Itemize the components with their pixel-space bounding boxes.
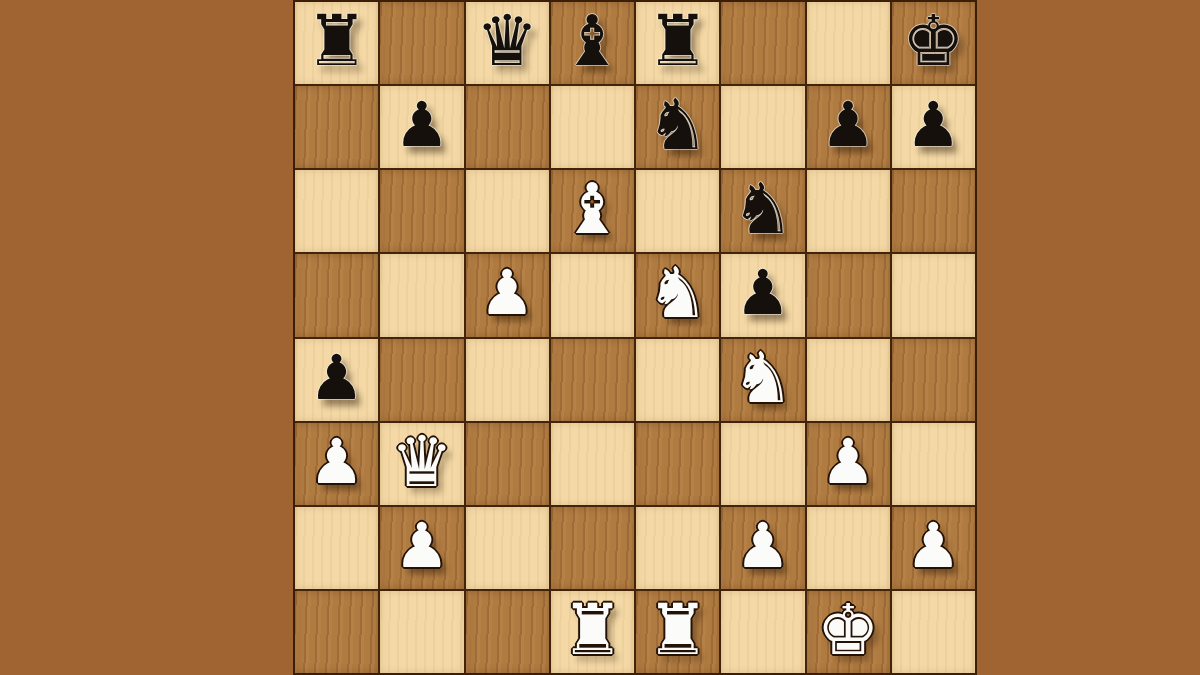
black-pawn-b7: ♟	[394, 94, 450, 156]
square-e6[interactable]	[636, 170, 719, 252]
square-d5[interactable]	[551, 254, 634, 336]
square-c1[interactable]	[466, 591, 549, 673]
page: { "game": "chess", "position": { "fen": …	[0, 0, 1200, 675]
square-a4[interactable]: ♟	[295, 339, 378, 421]
square-a6[interactable]	[295, 170, 378, 252]
square-g4[interactable]	[807, 339, 890, 421]
square-h4[interactable]	[892, 339, 975, 421]
square-h5[interactable]	[892, 254, 975, 336]
square-f6[interactable]: ♞	[721, 170, 804, 252]
black-bishop-d8: ♝	[561, 6, 624, 76]
square-h1[interactable]	[892, 591, 975, 673]
square-a7[interactable]	[295, 86, 378, 168]
white-pawn-c5: ♟	[479, 262, 535, 324]
square-h8[interactable]: ♚	[892, 2, 975, 84]
square-d8[interactable]: ♝	[551, 2, 634, 84]
white-rook-d1: ♜	[561, 595, 624, 665]
white-king-g1: ♚	[817, 595, 880, 665]
square-g7[interactable]: ♟	[807, 86, 890, 168]
square-e2[interactable]	[636, 507, 719, 589]
black-pawn-f5: ♟	[735, 262, 791, 324]
square-c5[interactable]: ♟	[466, 254, 549, 336]
white-knight-e5: ♞	[646, 258, 709, 328]
square-f5[interactable]: ♟	[721, 254, 804, 336]
square-f1[interactable]	[721, 591, 804, 673]
square-e8[interactable]: ♜	[636, 2, 719, 84]
square-b8[interactable]	[380, 2, 463, 84]
square-b5[interactable]	[380, 254, 463, 336]
square-d6[interactable]: ♝	[551, 170, 634, 252]
white-pawn-f2: ♟	[735, 515, 791, 577]
square-d7[interactable]	[551, 86, 634, 168]
square-b6[interactable]	[380, 170, 463, 252]
square-h7[interactable]: ♟	[892, 86, 975, 168]
square-g3[interactable]: ♟	[807, 423, 890, 505]
white-knight-f4: ♞	[731, 343, 794, 413]
square-e5[interactable]: ♞	[636, 254, 719, 336]
black-pawn-a4: ♟	[309, 347, 365, 409]
square-b1[interactable]	[380, 591, 463, 673]
square-h3[interactable]	[892, 423, 975, 505]
square-a5[interactable]	[295, 254, 378, 336]
black-queen-c8: ♛	[476, 6, 539, 76]
square-c4[interactable]	[466, 339, 549, 421]
square-a8[interactable]: ♜	[295, 2, 378, 84]
white-queen-b3: ♛	[390, 427, 453, 497]
white-pawn-h2: ♟	[906, 515, 962, 577]
white-pawn-g3: ♟	[820, 431, 876, 493]
square-f8[interactable]	[721, 2, 804, 84]
square-e3[interactable]	[636, 423, 719, 505]
square-b2[interactable]: ♟	[380, 507, 463, 589]
square-g8[interactable]	[807, 2, 890, 84]
square-e1[interactable]: ♜	[636, 591, 719, 673]
black-knight-e7: ♞	[646, 90, 709, 160]
square-c3[interactable]	[466, 423, 549, 505]
square-f3[interactable]	[721, 423, 804, 505]
square-c7[interactable]	[466, 86, 549, 168]
square-g1[interactable]: ♚	[807, 591, 890, 673]
white-bishop-d6: ♝	[561, 174, 624, 244]
square-g2[interactable]	[807, 507, 890, 589]
square-a3[interactable]: ♟	[295, 423, 378, 505]
square-h6[interactable]	[892, 170, 975, 252]
square-d2[interactable]	[551, 507, 634, 589]
white-pawn-b2: ♟	[394, 515, 450, 577]
square-c6[interactable]	[466, 170, 549, 252]
square-f2[interactable]: ♟	[721, 507, 804, 589]
square-h2[interactable]: ♟	[892, 507, 975, 589]
screenshot-stage: ♜♛♝♜♚♟♞♟♟♝♞♟♞♟♟♞♟♛♟♟♟♟♜♜♚	[0, 0, 1200, 675]
square-g6[interactable]	[807, 170, 890, 252]
square-a1[interactable]	[295, 591, 378, 673]
white-rook-e1: ♜	[646, 595, 709, 665]
black-pawn-h7: ♟	[906, 94, 962, 156]
black-pawn-g7: ♟	[820, 94, 876, 156]
square-b3[interactable]: ♛	[380, 423, 463, 505]
square-d4[interactable]	[551, 339, 634, 421]
square-e7[interactable]: ♞	[636, 86, 719, 168]
square-f4[interactable]: ♞	[721, 339, 804, 421]
square-a2[interactable]	[295, 507, 378, 589]
square-d3[interactable]	[551, 423, 634, 505]
square-g5[interactable]	[807, 254, 890, 336]
black-king-h8: ♚	[902, 6, 965, 76]
black-knight-f6: ♞	[731, 174, 794, 244]
white-pawn-a3: ♟	[309, 431, 365, 493]
black-rook-e8: ♜	[646, 6, 709, 76]
square-c8[interactable]: ♛	[466, 2, 549, 84]
black-rook-a8: ♜	[305, 6, 368, 76]
square-e4[interactable]	[636, 339, 719, 421]
square-b7[interactable]: ♟	[380, 86, 463, 168]
square-b4[interactable]	[380, 339, 463, 421]
chess-board: ♜♛♝♜♚♟♞♟♟♝♞♟♞♟♟♞♟♛♟♟♟♟♜♜♚	[293, 0, 977, 675]
square-c2[interactable]	[466, 507, 549, 589]
square-d1[interactable]: ♜	[551, 591, 634, 673]
square-f7[interactable]	[721, 86, 804, 168]
